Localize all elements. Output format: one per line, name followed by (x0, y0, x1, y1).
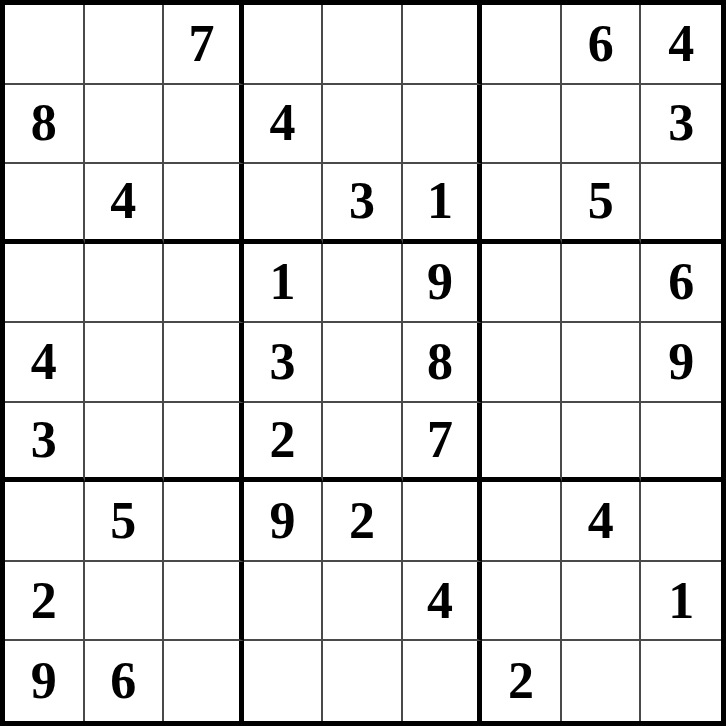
cell-r9c4-empty[interactable] (244, 641, 324, 721)
cell-r6c4-given: 2 (244, 403, 324, 483)
cell-r8c6-given: 4 (403, 562, 483, 642)
cell-r2c6-empty[interactable] (403, 85, 483, 165)
cell-r6c8-empty[interactable] (562, 403, 642, 483)
cell-r3c9-empty[interactable] (641, 164, 721, 244)
cell-r3c4-empty[interactable] (244, 164, 324, 244)
cell-r3c7-empty[interactable] (482, 164, 562, 244)
cell-r2c5-empty[interactable] (323, 85, 403, 165)
cell-r6c5-empty[interactable] (323, 403, 403, 483)
cell-r5c8-empty[interactable] (562, 323, 642, 403)
cell-r5c6-given: 8 (403, 323, 483, 403)
cell-r3c2-given: 4 (85, 164, 165, 244)
cell-r1c5-empty[interactable] (323, 5, 403, 85)
cell-r4c2-empty[interactable] (85, 244, 165, 324)
cell-r9c3-empty[interactable] (164, 641, 244, 721)
cell-r7c6-empty[interactable] (403, 482, 483, 562)
cell-r8c1-given: 2 (5, 562, 85, 642)
cell-r7c9-empty[interactable] (641, 482, 721, 562)
cell-r8c3-empty[interactable] (164, 562, 244, 642)
cell-r2c2-empty[interactable] (85, 85, 165, 165)
cell-r7c7-empty[interactable] (482, 482, 562, 562)
cell-r5c3-empty[interactable] (164, 323, 244, 403)
cell-r5c2-empty[interactable] (85, 323, 165, 403)
cell-r4c7-empty[interactable] (482, 244, 562, 324)
cell-r4c5-empty[interactable] (323, 244, 403, 324)
cell-r2c3-empty[interactable] (164, 85, 244, 165)
cell-r9c1-given: 9 (5, 641, 85, 721)
cell-r3c3-empty[interactable] (164, 164, 244, 244)
cell-r6c3-empty[interactable] (164, 403, 244, 483)
cell-r5c1-given: 4 (5, 323, 85, 403)
cell-r1c7-empty[interactable] (482, 5, 562, 85)
cell-r2c9-given: 3 (641, 85, 721, 165)
cell-r1c3-given: 7 (164, 5, 244, 85)
cell-r4c9-given: 6 (641, 244, 721, 324)
cell-r8c9-given: 1 (641, 562, 721, 642)
cell-r2c1-given: 8 (5, 85, 85, 165)
cell-r4c8-empty[interactable] (562, 244, 642, 324)
cell-r5c7-empty[interactable] (482, 323, 562, 403)
cell-r1c1-empty[interactable] (5, 5, 85, 85)
cell-r7c5-given: 2 (323, 482, 403, 562)
cell-r3c6-given: 1 (403, 164, 483, 244)
cell-r4c4-given: 1 (244, 244, 324, 324)
cell-r7c3-empty[interactable] (164, 482, 244, 562)
cell-r8c2-empty[interactable] (85, 562, 165, 642)
sudoku-board: 764843431519643893275924241962 (0, 0, 726, 726)
cell-r9c2-given: 6 (85, 641, 165, 721)
cell-r3c5-given: 3 (323, 164, 403, 244)
cell-r6c7-empty[interactable] (482, 403, 562, 483)
cell-r2c8-empty[interactable] (562, 85, 642, 165)
sudoku-page: 764843431519643893275924241962 (0, 0, 726, 726)
cell-r6c1-given: 3 (5, 403, 85, 483)
cell-r4c6-given: 9 (403, 244, 483, 324)
cell-r3c8-given: 5 (562, 164, 642, 244)
cell-r4c1-empty[interactable] (5, 244, 85, 324)
cell-r6c6-given: 7 (403, 403, 483, 483)
cell-r8c7-empty[interactable] (482, 562, 562, 642)
cell-r5c5-empty[interactable] (323, 323, 403, 403)
cell-r6c9-empty[interactable] (641, 403, 721, 483)
cell-r8c8-empty[interactable] (562, 562, 642, 642)
cell-r3c1-empty[interactable] (5, 164, 85, 244)
cell-r1c2-empty[interactable] (85, 5, 165, 85)
cell-r9c7-given: 2 (482, 641, 562, 721)
cell-r1c6-empty[interactable] (403, 5, 483, 85)
cell-r1c4-empty[interactable] (244, 5, 324, 85)
cell-r9c9-empty[interactable] (641, 641, 721, 721)
cell-r5c4-given: 3 (244, 323, 324, 403)
cell-r4c3-empty[interactable] (164, 244, 244, 324)
cell-r1c8-given: 6 (562, 5, 642, 85)
cell-r7c1-empty[interactable] (5, 482, 85, 562)
cell-r2c4-given: 4 (244, 85, 324, 165)
cell-r9c6-empty[interactable] (403, 641, 483, 721)
cell-r8c5-empty[interactable] (323, 562, 403, 642)
cell-r7c8-given: 4 (562, 482, 642, 562)
cell-r7c4-given: 9 (244, 482, 324, 562)
cell-r9c8-empty[interactable] (562, 641, 642, 721)
cell-r2c7-empty[interactable] (482, 85, 562, 165)
cell-r6c2-empty[interactable] (85, 403, 165, 483)
cell-r9c5-empty[interactable] (323, 641, 403, 721)
cell-r1c9-given: 4 (641, 5, 721, 85)
cell-r5c9-given: 9 (641, 323, 721, 403)
cell-r8c4-empty[interactable] (244, 562, 324, 642)
cell-r7c2-given: 5 (85, 482, 165, 562)
